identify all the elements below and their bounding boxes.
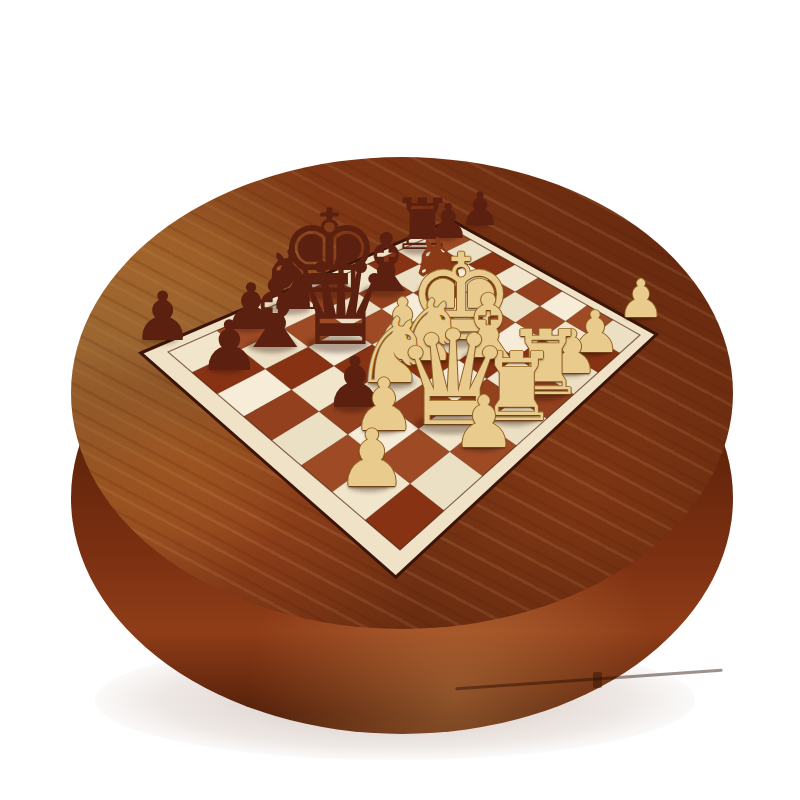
piece-white-pawn-a2[interactable]: ♟ xyxy=(337,420,408,499)
rim-piece-white-pawn[interactable]: ♟ xyxy=(617,273,664,325)
piece-white-pawn-c1[interactable]: ♟ xyxy=(452,387,516,459)
product-photo-stage: ♟♟♜♞♝♚♞♟♟♟♚♟♛♝♟♝♞♟♟♞♜♟♜♛♟♟♟ xyxy=(0,0,800,800)
rim-piece-black-pawn[interactable]: ♟ xyxy=(132,283,193,351)
piece-black-pawn-a7[interactable]: ♟ xyxy=(198,311,260,380)
